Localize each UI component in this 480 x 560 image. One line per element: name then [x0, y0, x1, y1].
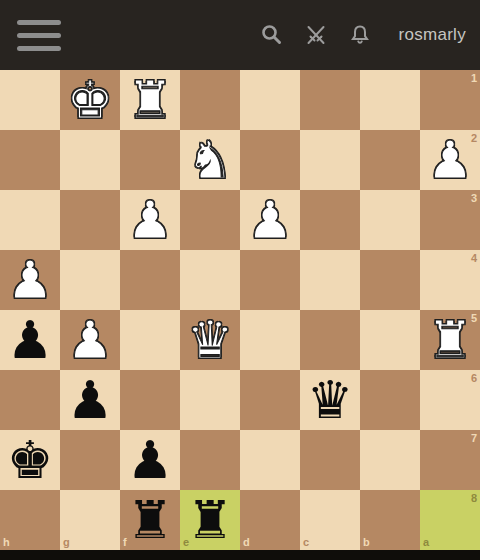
square-d8[interactable]: d	[240, 490, 300, 550]
square-a4[interactable]: 4	[420, 250, 480, 310]
piece-white-king-g1[interactable]: ♚	[60, 70, 120, 130]
square-g2[interactable]	[60, 130, 120, 190]
coord-rank-6: 6	[471, 372, 477, 384]
square-g6[interactable]: ♟	[60, 370, 120, 430]
coord-rank-4: 4	[471, 252, 477, 264]
coord-file-a: a	[423, 536, 429, 548]
square-d4[interactable]	[240, 250, 300, 310]
square-f2[interactable]	[120, 130, 180, 190]
coord-file-d: d	[243, 536, 250, 548]
square-g7[interactable]	[60, 430, 120, 490]
square-b8[interactable]: b	[360, 490, 420, 550]
square-f3[interactable]: ♟	[120, 190, 180, 250]
square-f5[interactable]	[120, 310, 180, 370]
piece-white-rook-a5[interactable]: ♜	[420, 310, 480, 370]
square-e6[interactable]	[180, 370, 240, 430]
piece-black-queen-c6[interactable]: ♛	[300, 370, 360, 430]
square-h5[interactable]: ♟	[0, 310, 60, 370]
square-a7[interactable]: 7	[420, 430, 480, 490]
coord-rank-8: 8	[471, 492, 477, 504]
crossed-swords-icon[interactable]	[304, 23, 328, 47]
coord-rank-1: 1	[471, 72, 477, 84]
square-e8[interactable]: ♜e	[180, 490, 240, 550]
chess-board: ♚♜1♞♟2♟♟3♟4♟♟♛♜5♟♛6♚♟7hg♜f♜edcb8a	[0, 70, 480, 550]
coord-rank-7: 7	[471, 432, 477, 444]
square-g4[interactable]	[60, 250, 120, 310]
menu-icon[interactable]	[17, 20, 61, 51]
square-b7[interactable]	[360, 430, 420, 490]
square-f4[interactable]	[120, 250, 180, 310]
coord-file-c: c	[303, 536, 309, 548]
square-g3[interactable]	[60, 190, 120, 250]
square-c4[interactable]	[300, 250, 360, 310]
square-c7[interactable]	[300, 430, 360, 490]
piece-white-rook-f1[interactable]: ♜	[120, 70, 180, 130]
square-h2[interactable]	[0, 130, 60, 190]
coord-file-b: b	[363, 536, 370, 548]
piece-white-pawn-a2[interactable]: ♟	[420, 130, 480, 190]
square-c5[interactable]	[300, 310, 360, 370]
square-f7[interactable]: ♟	[120, 430, 180, 490]
square-d5[interactable]	[240, 310, 300, 370]
piece-black-pawn-g6[interactable]: ♟	[60, 370, 120, 430]
square-a1[interactable]: 1	[420, 70, 480, 130]
square-h6[interactable]	[0, 370, 60, 430]
square-c8[interactable]: c	[300, 490, 360, 550]
square-e2[interactable]: ♞	[180, 130, 240, 190]
square-e7[interactable]	[180, 430, 240, 490]
square-h3[interactable]	[0, 190, 60, 250]
piece-black-king-h7[interactable]: ♚	[0, 430, 60, 490]
search-icon[interactable]	[260, 23, 284, 47]
square-g1[interactable]: ♚	[60, 70, 120, 130]
square-e3[interactable]	[180, 190, 240, 250]
header-actions: rosmarly	[260, 23, 466, 47]
square-g8[interactable]: g	[60, 490, 120, 550]
square-e5[interactable]: ♛	[180, 310, 240, 370]
square-h1[interactable]	[0, 70, 60, 130]
square-h4[interactable]: ♟	[0, 250, 60, 310]
square-h8[interactable]: h	[0, 490, 60, 550]
coord-rank-3: 3	[471, 192, 477, 204]
square-g5[interactable]: ♟	[60, 310, 120, 370]
username[interactable]: rosmarly	[392, 25, 466, 45]
square-e4[interactable]	[180, 250, 240, 310]
piece-white-queen-e5[interactable]: ♛	[180, 310, 240, 370]
square-c2[interactable]	[300, 130, 360, 190]
square-a6[interactable]: 6	[420, 370, 480, 430]
square-d3[interactable]: ♟	[240, 190, 300, 250]
coord-file-g: g	[63, 536, 70, 548]
square-c6[interactable]: ♛	[300, 370, 360, 430]
piece-white-pawn-g5[interactable]: ♟	[60, 310, 120, 370]
square-e1[interactable]	[180, 70, 240, 130]
piece-black-rook-e8[interactable]: ♜	[180, 490, 240, 550]
square-b2[interactable]	[360, 130, 420, 190]
square-f1[interactable]: ♜	[120, 70, 180, 130]
coord-file-h: h	[3, 536, 10, 548]
piece-white-pawn-h4[interactable]: ♟	[0, 250, 60, 310]
piece-black-pawn-h5[interactable]: ♟	[0, 310, 60, 370]
square-c3[interactable]	[300, 190, 360, 250]
square-f6[interactable]	[120, 370, 180, 430]
piece-black-pawn-f7[interactable]: ♟	[120, 430, 180, 490]
square-h7[interactable]: ♚	[0, 430, 60, 490]
footer-strip	[0, 550, 480, 560]
square-a2[interactable]: ♟2	[420, 130, 480, 190]
piece-white-pawn-f3[interactable]: ♟	[120, 190, 180, 250]
square-d1[interactable]	[240, 70, 300, 130]
square-c1[interactable]	[300, 70, 360, 130]
square-b5[interactable]	[360, 310, 420, 370]
square-f8[interactable]: ♜f	[120, 490, 180, 550]
bell-icon[interactable]	[348, 23, 372, 47]
square-d7[interactable]	[240, 430, 300, 490]
square-a8[interactable]: 8a	[420, 490, 480, 550]
top-bar: rosmarly	[0, 0, 480, 70]
square-a3[interactable]: 3	[420, 190, 480, 250]
square-b1[interactable]	[360, 70, 420, 130]
square-d2[interactable]	[240, 130, 300, 190]
piece-black-rook-f8[interactable]: ♜	[120, 490, 180, 550]
square-a5[interactable]: ♜5	[420, 310, 480, 370]
square-b3[interactable]	[360, 190, 420, 250]
piece-white-pawn-d3[interactable]: ♟	[240, 190, 300, 250]
square-d6[interactable]	[240, 370, 300, 430]
square-b6[interactable]	[360, 370, 420, 430]
piece-white-knight-e2[interactable]: ♞	[180, 130, 240, 190]
square-b4[interactable]	[360, 250, 420, 310]
